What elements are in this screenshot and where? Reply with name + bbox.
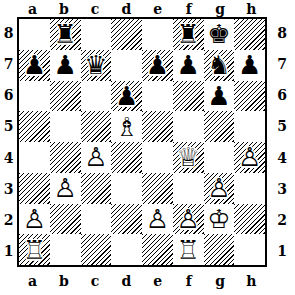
square-c6[interactable] [81, 81, 112, 112]
square-a4[interactable] [19, 142, 50, 173]
square-b4[interactable] [50, 142, 81, 173]
square-h6[interactable] [234, 81, 265, 112]
square-e1[interactable] [142, 234, 173, 265]
white-pawn-fill: ♟ [173, 204, 204, 235]
square-f6[interactable] [173, 81, 204, 112]
black-pawn-icon: ♟ [50, 50, 81, 81]
rank-labels-left: 87654321 [0, 17, 17, 267]
black-pawn-icon: ♟ [142, 50, 173, 81]
rank-label-3: 3 [0, 173, 17, 204]
white-pawn-fill: ♟ [81, 142, 112, 173]
rank-labels-right: 87654321 [269, 17, 295, 267]
square-c5[interactable] [81, 111, 112, 142]
file-label-d: d [111, 267, 142, 295]
square-d3[interactable] [111, 173, 142, 204]
white-pawn-fill: ♟ [204, 173, 235, 204]
square-g2[interactable]: ♚♔ [204, 204, 235, 235]
rank-label-8: 8 [269, 17, 295, 48]
square-f7[interactable]: ♟ [173, 50, 204, 81]
black-pawn-icon: ♟ [19, 50, 50, 81]
square-d8[interactable] [111, 19, 142, 50]
square-a6[interactable] [19, 81, 50, 112]
square-d2[interactable] [111, 204, 142, 235]
black-queen-icon: ♛ [81, 50, 112, 81]
file-label-c: c [80, 0, 111, 17]
rank-label-2: 2 [269, 205, 295, 236]
file-label-a: a [17, 267, 48, 295]
square-f3[interactable] [173, 173, 204, 204]
square-f1[interactable]: ♜♖ [173, 234, 204, 265]
white-pawn-icon: ♙ [50, 173, 81, 204]
file-label-h: h [236, 267, 267, 295]
square-c3[interactable] [81, 173, 112, 204]
square-e2[interactable]: ♟♙ [142, 204, 173, 235]
rank-label-7: 7 [269, 48, 295, 79]
white-pawn-icon: ♙ [142, 204, 173, 235]
white-king-fill: ♚ [204, 204, 235, 235]
square-h4[interactable]: ♟♙ [234, 142, 265, 173]
rank-label-6: 6 [0, 80, 17, 111]
square-h8[interactable] [234, 19, 265, 50]
black-rook-icon: ♜ [50, 19, 81, 50]
file-label-g: g [205, 0, 236, 17]
square-b1[interactable] [50, 234, 81, 265]
square-g6[interactable]: ♟ [204, 81, 235, 112]
file-label-f: f [173, 0, 204, 17]
square-g7[interactable]: ♞ [204, 50, 235, 81]
rank-label-8: 8 [0, 17, 17, 48]
black-pawn-icon: ♟ [111, 81, 142, 112]
square-d4[interactable] [111, 142, 142, 173]
rank-label-4: 4 [269, 142, 295, 173]
white-pawn-icon: ♙ [19, 204, 50, 235]
square-c1[interactable] [81, 234, 112, 265]
square-a5[interactable] [19, 111, 50, 142]
rank-label-5: 5 [269, 111, 295, 142]
square-b6[interactable] [50, 81, 81, 112]
square-e7[interactable]: ♟ [142, 50, 173, 81]
file-label-h: h [236, 0, 267, 17]
square-e3[interactable] [142, 173, 173, 204]
rank-label-7: 7 [0, 48, 17, 79]
black-pawn-icon: ♟ [234, 50, 265, 81]
square-e4[interactable] [142, 142, 173, 173]
file-label-g: g [205, 267, 236, 295]
white-pawn-fill: ♟ [234, 142, 265, 173]
white-pawn-fill: ♟ [50, 173, 81, 204]
square-a3[interactable] [19, 173, 50, 204]
black-rook-icon: ♜ [173, 19, 204, 50]
black-king-icon: ♚ [204, 19, 235, 50]
square-g3[interactable]: ♟♙ [204, 173, 235, 204]
white-bishop-icon: ♗ [111, 111, 142, 142]
white-rook-icon: ♖ [173, 234, 204, 265]
square-g1[interactable] [204, 234, 235, 265]
white-pawn-icon: ♙ [204, 173, 235, 204]
square-g5[interactable] [204, 111, 235, 142]
square-h1[interactable] [234, 234, 265, 265]
square-e5[interactable] [142, 111, 173, 142]
square-f5[interactable] [173, 111, 204, 142]
square-c4[interactable]: ♟♙ [81, 142, 112, 173]
square-a7[interactable]: ♟ [19, 50, 50, 81]
white-bishop-fill: ♝ [111, 111, 142, 142]
square-f4[interactable]: ♛♕ [173, 142, 204, 173]
white-pawn-icon: ♙ [234, 142, 265, 173]
square-a8[interactable] [19, 19, 50, 50]
white-pawn-fill: ♟ [142, 204, 173, 235]
file-labels-bottom: abcdefgh [17, 267, 267, 295]
square-e6[interactable] [142, 81, 173, 112]
black-pawn-icon: ♟ [204, 81, 235, 112]
square-b5[interactable] [50, 111, 81, 142]
white-queen-fill: ♛ [173, 142, 204, 173]
rank-label-2: 2 [0, 205, 17, 236]
white-rook-fill: ♜ [19, 234, 50, 265]
white-queen-icon: ♕ [173, 142, 204, 173]
white-pawn-fill: ♟ [19, 204, 50, 235]
square-d1[interactable] [111, 234, 142, 265]
file-label-f: f [173, 267, 204, 295]
square-f2[interactable]: ♟♙ [173, 204, 204, 235]
square-e8[interactable] [142, 19, 173, 50]
square-h2[interactable] [234, 204, 265, 235]
chess-diagram: abcdefgh 87654321 ♜♜♚♟♟♛♟♟♞♟♟♟♝♗♟♙♛♕♟♙♟♙… [0, 0, 295, 295]
file-label-b: b [48, 267, 79, 295]
square-g8[interactable]: ♚ [204, 19, 235, 50]
file-label-d: d [111, 0, 142, 17]
file-label-c: c [80, 267, 111, 295]
chess-board: ♜♜♚♟♟♛♟♟♞♟♟♟♝♗♟♙♛♕♟♙♟♙♟♙♟♙♟♙♟♙♚♔♜♖♜♖ [17, 17, 267, 267]
rank-label-1: 1 [0, 236, 17, 267]
square-f8[interactable]: ♜ [173, 19, 204, 50]
square-d6[interactable]: ♟ [111, 81, 142, 112]
rank-label-6: 6 [269, 80, 295, 111]
square-b3[interactable]: ♟♙ [50, 173, 81, 204]
white-king-icon: ♔ [204, 204, 235, 235]
square-a1[interactable]: ♜♖ [19, 234, 50, 265]
square-g4[interactable] [204, 142, 235, 173]
white-pawn-icon: ♙ [173, 204, 204, 235]
rank-label-3: 3 [269, 173, 295, 204]
file-label-b: b [48, 0, 79, 17]
file-label-a: a [17, 0, 48, 17]
square-c2[interactable] [81, 204, 112, 235]
square-a2[interactable]: ♟♙ [19, 204, 50, 235]
square-h7[interactable]: ♟ [234, 50, 265, 81]
white-rook-icon: ♖ [19, 234, 50, 265]
rank-label-5: 5 [0, 111, 17, 142]
white-rook-fill: ♜ [173, 234, 204, 265]
square-d7[interactable] [111, 50, 142, 81]
square-b7[interactable]: ♟ [50, 50, 81, 81]
rank-label-1: 1 [269, 236, 295, 267]
black-knight-icon: ♞ [204, 50, 235, 81]
rank-label-4: 4 [0, 142, 17, 173]
square-b8[interactable]: ♜ [50, 19, 81, 50]
square-d5[interactable]: ♝♗ [111, 111, 142, 142]
white-pawn-icon: ♙ [81, 142, 112, 173]
square-h3[interactable] [234, 173, 265, 204]
file-label-e: e [142, 0, 173, 17]
file-labels-top: abcdefgh [17, 0, 267, 17]
square-c8[interactable] [81, 19, 112, 50]
black-pawn-icon: ♟ [173, 50, 204, 81]
square-h5[interactable] [234, 111, 265, 142]
square-b2[interactable] [50, 204, 81, 235]
square-c7[interactable]: ♛ [81, 50, 112, 81]
file-label-e: e [142, 267, 173, 295]
